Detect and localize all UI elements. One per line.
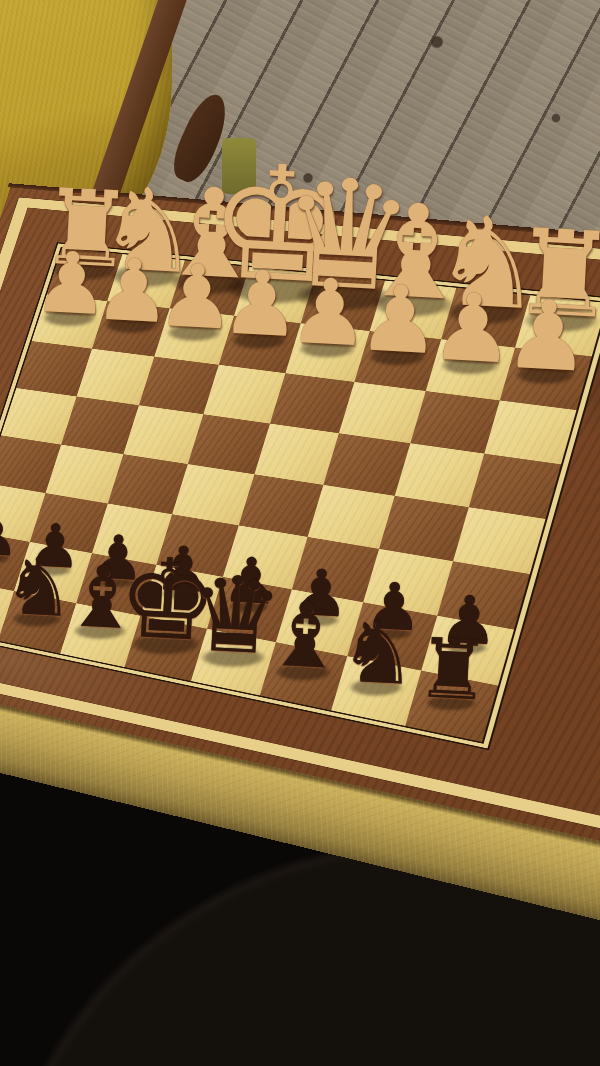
square-a2 xyxy=(500,348,592,411)
square-a1 xyxy=(515,295,600,356)
chair-seat-patch xyxy=(222,138,256,194)
photo-scene: ♜♞♝♚♛♝♞♜♟♟♟♟♟♟♟♟♟♟♟♟♟♟♟♟♜♞♝♚♛♝♞♜ xyxy=(0,0,600,1066)
chess-table xyxy=(0,187,600,949)
